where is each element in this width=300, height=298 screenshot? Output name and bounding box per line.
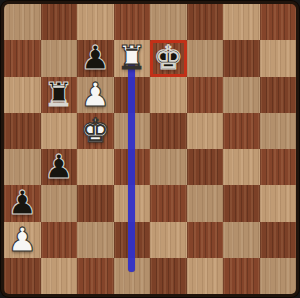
- piece-black-pawn-b4[interactable]: ♟: [41, 149, 78, 185]
- square-d6[interactable]: [114, 77, 151, 113]
- square-g2[interactable]: [223, 222, 260, 258]
- square-e3[interactable]: [150, 185, 187, 221]
- square-a8[interactable]: [4, 4, 41, 40]
- square-g4[interactable]: [223, 149, 260, 185]
- square-e1[interactable]: [150, 258, 187, 294]
- square-h5[interactable]: [260, 113, 297, 149]
- square-b2[interactable]: [41, 222, 78, 258]
- square-g5[interactable]: [223, 113, 260, 149]
- square-d4[interactable]: [114, 149, 151, 185]
- piece-black-rook-b6[interactable]: ♜: [41, 77, 78, 113]
- square-h6[interactable]: [260, 77, 297, 113]
- square-f7[interactable]: [187, 40, 224, 76]
- square-e4[interactable]: [150, 149, 187, 185]
- square-f2[interactable]: [187, 222, 224, 258]
- square-h8[interactable]: [260, 4, 297, 40]
- square-f6[interactable]: [187, 77, 224, 113]
- square-h3[interactable]: [260, 185, 297, 221]
- square-e6[interactable]: [150, 77, 187, 113]
- square-h1[interactable]: [260, 258, 297, 294]
- square-e2[interactable]: [150, 222, 187, 258]
- piece-black-king-e7[interactable]: ♚: [150, 40, 187, 76]
- piece-white-king-c5[interactable]: ♚: [77, 113, 114, 149]
- square-c8[interactable]: [77, 4, 114, 40]
- square-h2[interactable]: [260, 222, 297, 258]
- square-b8[interactable]: [41, 4, 78, 40]
- chess-board: ♜♟♚♟♚♟♜♟♟: [4, 4, 296, 294]
- square-b5[interactable]: [41, 113, 78, 149]
- square-a1[interactable]: [4, 258, 41, 294]
- square-c1[interactable]: [77, 258, 114, 294]
- square-d2[interactable]: [114, 222, 151, 258]
- square-a6[interactable]: [4, 77, 41, 113]
- square-c2[interactable]: [77, 222, 114, 258]
- square-a4[interactable]: [4, 149, 41, 185]
- square-a7[interactable]: [4, 40, 41, 76]
- square-d1[interactable]: [114, 258, 151, 294]
- piece-black-pawn-a3[interactable]: ♟: [4, 185, 41, 221]
- square-b7[interactable]: [41, 40, 78, 76]
- square-g7[interactable]: [223, 40, 260, 76]
- chess-board-frame: ♜♟♚♟♚♟♜♟♟: [0, 0, 300, 298]
- square-c4[interactable]: [77, 149, 114, 185]
- square-g8[interactable]: [223, 4, 260, 40]
- square-f1[interactable]: [187, 258, 224, 294]
- square-g1[interactable]: [223, 258, 260, 294]
- square-h4[interactable]: [260, 149, 297, 185]
- square-a5[interactable]: [4, 113, 41, 149]
- square-g3[interactable]: [223, 185, 260, 221]
- square-b1[interactable]: [41, 258, 78, 294]
- square-f5[interactable]: [187, 113, 224, 149]
- square-e5[interactable]: [150, 113, 187, 149]
- square-d8[interactable]: [114, 4, 151, 40]
- square-e8[interactable]: [150, 4, 187, 40]
- square-h7[interactable]: [260, 40, 297, 76]
- square-f3[interactable]: [187, 185, 224, 221]
- piece-white-pawn-c6[interactable]: ♟: [77, 77, 114, 113]
- square-c3[interactable]: [77, 185, 114, 221]
- square-d3[interactable]: [114, 185, 151, 221]
- piece-black-pawn-c7[interactable]: ♟: [77, 40, 114, 76]
- square-f8[interactable]: [187, 4, 224, 40]
- square-b3[interactable]: [41, 185, 78, 221]
- square-d5[interactable]: [114, 113, 151, 149]
- square-g6[interactable]: [223, 77, 260, 113]
- piece-white-pawn-a2[interactable]: ♟: [4, 222, 41, 258]
- square-f4[interactable]: [187, 149, 224, 185]
- piece-white-rook-d7[interactable]: ♜: [114, 40, 151, 76]
